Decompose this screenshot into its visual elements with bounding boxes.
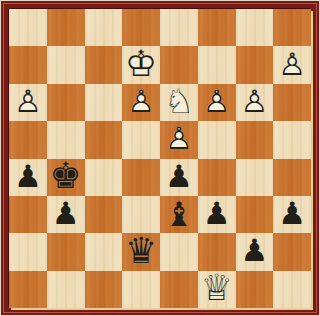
square-g2[interactable]: ♟	[236, 233, 274, 270]
square-d6[interactable]: ♟♙	[122, 84, 160, 121]
square-h2[interactable]	[273, 233, 311, 270]
square-e7[interactable]	[160, 46, 198, 83]
piece-glyph: ♝	[160, 195, 198, 232]
square-a3[interactable]	[9, 196, 47, 233]
piece-outline: ♙	[198, 83, 236, 120]
piece-outline: ♘	[160, 83, 198, 120]
piece-glyph: ♟	[236, 232, 274, 269]
square-c7[interactable]	[85, 46, 123, 83]
square-g4[interactable]	[236, 159, 274, 196]
square-h1[interactable]	[273, 271, 311, 308]
white-knight[interactable]: ♞♘	[160, 84, 198, 121]
square-a8[interactable]	[9, 9, 47, 46]
piece-outline: ♕	[198, 270, 236, 307]
square-a7[interactable]	[9, 46, 47, 83]
square-f7[interactable]	[198, 46, 236, 83]
black-pawn[interactable]: ♟	[9, 159, 47, 196]
black-pawn[interactable]: ♟	[236, 233, 274, 270]
square-c2[interactable]	[85, 233, 123, 270]
square-f5[interactable]	[198, 121, 236, 158]
square-f1[interactable]: ♛♕	[198, 271, 236, 308]
piece-glyph: ♟	[9, 158, 47, 195]
square-e4[interactable]: ♟	[160, 159, 198, 196]
square-f6[interactable]: ♟♙	[198, 84, 236, 121]
black-king[interactable]: ♚	[47, 159, 85, 196]
piece-outline: ♙	[9, 83, 47, 120]
square-b7[interactable]	[47, 46, 85, 83]
board-frame: ♚♔♟♙♟♙♟♙♞♘♟♙♟♙♟♙♟♚♟♟♝♟♟♛♟♛♕	[0, 0, 320, 316]
black-bishop[interactable]: ♝	[160, 196, 198, 233]
square-a5[interactable]	[9, 121, 47, 158]
white-king[interactable]: ♚♔	[122, 46, 160, 83]
white-pawn[interactable]: ♟♙	[160, 121, 198, 158]
black-pawn[interactable]: ♟	[47, 196, 85, 233]
square-g6[interactable]: ♟♙	[236, 84, 274, 121]
white-queen[interactable]: ♛♕	[198, 271, 236, 308]
piece-glyph: ♛	[122, 232, 160, 269]
white-pawn[interactable]: ♟♙	[122, 84, 160, 121]
black-pawn[interactable]: ♟	[273, 196, 311, 233]
chess-diagram: ♚♔♟♙♟♙♟♙♞♘♟♙♟♙♟♙♟♚♟♟♝♟♟♛♟♛♕	[0, 0, 320, 316]
square-e1[interactable]	[160, 271, 198, 308]
square-d8[interactable]	[122, 9, 160, 46]
piece-outline: ♙	[160, 120, 198, 157]
square-d1[interactable]	[122, 271, 160, 308]
piece-glyph: ♟	[198, 195, 236, 232]
square-f2[interactable]	[198, 233, 236, 270]
square-a1[interactable]	[9, 271, 47, 308]
square-g1[interactable]	[236, 271, 274, 308]
square-h7[interactable]: ♟♙	[273, 46, 311, 83]
black-pawn[interactable]: ♟	[160, 159, 198, 196]
chess-board: ♚♔♟♙♟♙♟♙♞♘♟♙♟♙♟♙♟♚♟♟♝♟♟♛♟♛♕	[9, 9, 311, 308]
white-pawn[interactable]: ♟♙	[198, 84, 236, 121]
piece-glyph: ♟	[47, 195, 85, 232]
square-h8[interactable]	[273, 9, 311, 46]
square-d4[interactable]	[122, 159, 160, 196]
square-e3[interactable]: ♝	[160, 196, 198, 233]
piece-outline: ♔	[122, 45, 160, 82]
square-g7[interactable]	[236, 46, 274, 83]
square-h5[interactable]	[273, 121, 311, 158]
square-a2[interactable]	[9, 233, 47, 270]
black-pawn[interactable]: ♟	[198, 196, 236, 233]
piece-glyph: ♟	[273, 195, 311, 232]
white-pawn[interactable]: ♟♙	[273, 46, 311, 83]
square-e6[interactable]: ♞♘	[160, 84, 198, 121]
square-h3[interactable]: ♟	[273, 196, 311, 233]
square-b8[interactable]	[47, 9, 85, 46]
square-c4[interactable]	[85, 159, 123, 196]
piece-glyph: ♚	[47, 158, 85, 195]
square-c3[interactable]	[85, 196, 123, 233]
square-d7[interactable]: ♚♔	[122, 46, 160, 83]
square-d3[interactable]	[122, 196, 160, 233]
white-pawn[interactable]: ♟♙	[236, 84, 274, 121]
square-c5[interactable]	[85, 121, 123, 158]
piece-glyph: ♟	[160, 158, 198, 195]
square-e8[interactable]	[160, 9, 198, 46]
square-c8[interactable]	[85, 9, 123, 46]
square-b6[interactable]	[47, 84, 85, 121]
square-d2[interactable]: ♛	[122, 233, 160, 270]
square-d5[interactable]	[122, 121, 160, 158]
square-e2[interactable]	[160, 233, 198, 270]
square-g8[interactable]	[236, 9, 274, 46]
square-e5[interactable]: ♟♙	[160, 121, 198, 158]
piece-outline: ♙	[273, 45, 311, 82]
square-c1[interactable]	[85, 271, 123, 308]
square-f3[interactable]: ♟	[198, 196, 236, 233]
square-c6[interactable]	[85, 84, 123, 121]
square-f8[interactable]	[198, 9, 236, 46]
piece-outline: ♙	[236, 83, 274, 120]
square-f4[interactable]	[198, 159, 236, 196]
square-g3[interactable]	[236, 196, 274, 233]
square-b4[interactable]: ♚	[47, 159, 85, 196]
square-b5[interactable]	[47, 121, 85, 158]
square-b2[interactable]	[47, 233, 85, 270]
square-b3[interactable]: ♟	[47, 196, 85, 233]
square-g5[interactable]	[236, 121, 274, 158]
square-h4[interactable]	[273, 159, 311, 196]
white-pawn[interactable]: ♟♙	[9, 84, 47, 121]
square-h6[interactable]	[273, 84, 311, 121]
square-a4[interactable]: ♟	[9, 159, 47, 196]
square-b1[interactable]	[47, 271, 85, 308]
black-queen[interactable]: ♛	[122, 233, 160, 270]
square-a6[interactable]: ♟♙	[9, 84, 47, 121]
piece-outline: ♙	[122, 83, 160, 120]
